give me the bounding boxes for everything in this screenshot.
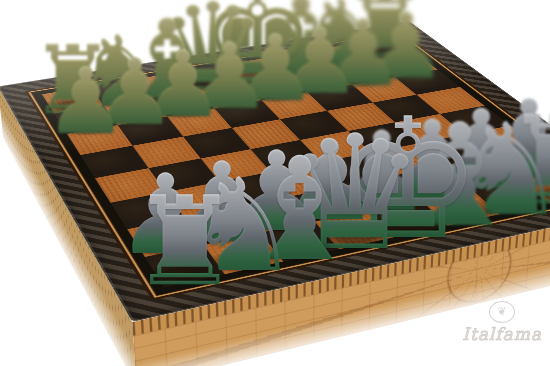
square-h2[interactable] (491, 146, 550, 178)
square-d3[interactable] (271, 162, 344, 196)
square-b5[interactable] (132, 137, 200, 168)
square-b3[interactable] (165, 182, 238, 218)
square-d4[interactable] (251, 140, 321, 172)
square-a2[interactable] (127, 218, 203, 258)
square-d1[interactable] (315, 210, 394, 249)
square-b4[interactable] (148, 159, 219, 193)
square-e2[interactable] (344, 175, 420, 210)
square-a5[interactable] (80, 146, 148, 178)
square-g2[interactable] (443, 156, 519, 189)
square-c3[interactable] (219, 172, 292, 207)
square-c2[interactable] (239, 196, 315, 233)
brand-watermark: ❦ Italfama (462, 301, 542, 344)
square-f3[interactable] (370, 143, 443, 175)
square-a3[interactable] (110, 192, 183, 229)
square-c4[interactable] (200, 149, 271, 182)
square-a1[interactable] (145, 245, 224, 288)
square-e3[interactable] (321, 152, 394, 185)
product-photo-scene: ♜♞♝♛♚♝♞♜♟♟♟♟♟♟♟♟♟♟♟♟♟♟♟♟♜♞♝♛♚♝♞♜ ❦ Italf… (0, 0, 550, 366)
square-b2[interactable] (184, 207, 260, 245)
square-e1[interactable] (368, 200, 447, 238)
brand-emblem-icon: ❦ (489, 301, 515, 323)
square-h1[interactable] (519, 169, 550, 204)
chessboard-box (0, 21, 550, 322)
square-b1[interactable] (203, 233, 282, 274)
brand-name: Italfama (462, 324, 542, 344)
square-a4[interactable] (95, 168, 165, 202)
square-g1[interactable] (470, 179, 549, 215)
square-f2[interactable] (394, 165, 470, 199)
square-c1[interactable] (260, 222, 339, 262)
square-f1[interactable] (420, 189, 499, 226)
square-d2[interactable] (292, 185, 368, 221)
